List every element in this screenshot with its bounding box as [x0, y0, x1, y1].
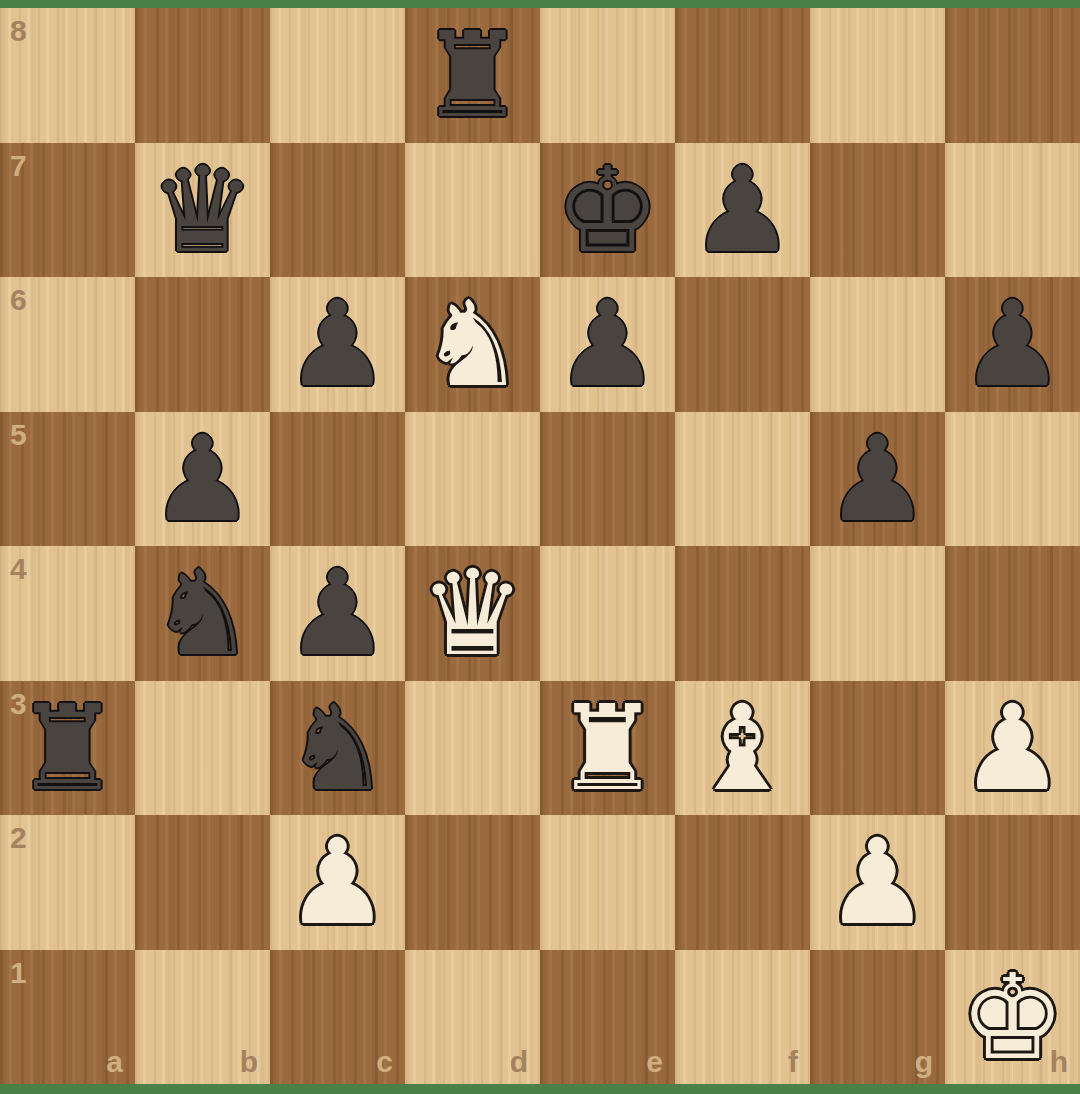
square-g2[interactable]: ♟ — [810, 815, 945, 950]
square-e7[interactable]: ♚ — [540, 143, 675, 278]
black-pawn-f7[interactable]: ♟ — [675, 143, 810, 278]
square-e3[interactable]: ♜ — [540, 681, 675, 816]
square-c6[interactable]: ♟ — [270, 277, 405, 412]
black-pawn-c6[interactable]: ♟ — [270, 277, 405, 412]
board-frame-top — [0, 0, 1080, 8]
square-f7[interactable]: ♟ — [675, 143, 810, 278]
white-pawn-c2[interactable]: ♟ — [270, 815, 405, 950]
rank-label-8: 8 — [10, 16, 27, 46]
square-h6[interactable]: ♟ — [945, 277, 1080, 412]
square-b5[interactable]: ♟ — [135, 412, 270, 547]
file-label-g: g — [915, 1047, 933, 1077]
square-e2[interactable] — [540, 815, 675, 950]
black-king-e7[interactable]: ♚ — [540, 143, 675, 278]
file-label-e: e — [646, 1047, 663, 1077]
rank-label-7: 7 — [10, 151, 27, 181]
square-h1[interactable]: h♚ — [945, 950, 1080, 1085]
square-h7[interactable] — [945, 143, 1080, 278]
square-f3[interactable]: ♝ — [675, 681, 810, 816]
square-a3[interactable]: 3♜ — [0, 681, 135, 816]
square-b2[interactable] — [135, 815, 270, 950]
square-g5[interactable]: ♟ — [810, 412, 945, 547]
square-h3[interactable]: ♟ — [945, 681, 1080, 816]
file-label-d: d — [510, 1047, 528, 1077]
square-e6[interactable]: ♟ — [540, 277, 675, 412]
black-pawn-b5[interactable]: ♟ — [135, 412, 270, 547]
square-e4[interactable] — [540, 546, 675, 681]
square-c1[interactable]: c — [270, 950, 405, 1085]
square-d8[interactable]: ♜ — [405, 8, 540, 143]
square-e1[interactable]: e — [540, 950, 675, 1085]
chess-board: 8♜7♛♚♟6♟♞♟♟5♟♟4♞♟♛3♜♞♜♝♟2♟♟1abcdefgh♚ — [0, 8, 1080, 1084]
square-c2[interactable]: ♟ — [270, 815, 405, 950]
white-rook-e3[interactable]: ♜ — [540, 681, 675, 816]
square-d7[interactable] — [405, 143, 540, 278]
square-a7[interactable]: 7 — [0, 143, 135, 278]
rank-label-2: 2 — [10, 823, 27, 853]
black-rook-d8[interactable]: ♜ — [405, 8, 540, 143]
rank-label-4: 4 — [10, 554, 27, 584]
square-a4[interactable]: 4 — [0, 546, 135, 681]
square-c3[interactable]: ♞ — [270, 681, 405, 816]
square-h5[interactable] — [945, 412, 1080, 547]
square-f6[interactable] — [675, 277, 810, 412]
white-knight-d6[interactable]: ♞ — [405, 277, 540, 412]
black-knight-b4[interactable]: ♞ — [135, 546, 270, 681]
square-b6[interactable] — [135, 277, 270, 412]
square-d4[interactable]: ♛ — [405, 546, 540, 681]
file-label-f: f — [788, 1047, 798, 1077]
square-c5[interactable] — [270, 412, 405, 547]
rank-label-6: 6 — [10, 285, 27, 315]
black-queen-b7[interactable]: ♛ — [135, 143, 270, 278]
white-pawn-h3[interactable]: ♟ — [945, 681, 1080, 816]
black-pawn-c4[interactable]: ♟ — [270, 546, 405, 681]
square-a1[interactable]: 1a — [0, 950, 135, 1085]
square-g3[interactable] — [810, 681, 945, 816]
square-f2[interactable] — [675, 815, 810, 950]
file-label-a: a — [106, 1047, 123, 1077]
square-b3[interactable] — [135, 681, 270, 816]
square-g6[interactable] — [810, 277, 945, 412]
rank-label-5: 5 — [10, 420, 27, 450]
square-d1[interactable]: d — [405, 950, 540, 1085]
rank-label-1: 1 — [10, 958, 27, 988]
white-bishop-f3[interactable]: ♝ — [675, 681, 810, 816]
square-e8[interactable] — [540, 8, 675, 143]
square-f8[interactable] — [675, 8, 810, 143]
board-frame-bottom — [0, 1084, 1080, 1094]
square-c7[interactable] — [270, 143, 405, 278]
square-a6[interactable]: 6 — [0, 277, 135, 412]
square-a8[interactable]: 8 — [0, 8, 135, 143]
file-label-c: c — [376, 1047, 393, 1077]
square-a2[interactable]: 2 — [0, 815, 135, 950]
square-d2[interactable] — [405, 815, 540, 950]
square-b8[interactable] — [135, 8, 270, 143]
square-g1[interactable]: g — [810, 950, 945, 1085]
square-b4[interactable]: ♞ — [135, 546, 270, 681]
square-g7[interactable] — [810, 143, 945, 278]
square-d3[interactable] — [405, 681, 540, 816]
black-pawn-e6[interactable]: ♟ — [540, 277, 675, 412]
black-knight-c3[interactable]: ♞ — [270, 681, 405, 816]
square-c4[interactable]: ♟ — [270, 546, 405, 681]
square-e5[interactable] — [540, 412, 675, 547]
square-g8[interactable] — [810, 8, 945, 143]
square-h4[interactable] — [945, 546, 1080, 681]
black-rook-a3[interactable]: ♜ — [0, 681, 135, 816]
square-f5[interactable] — [675, 412, 810, 547]
square-b1[interactable]: b — [135, 950, 270, 1085]
square-h2[interactable] — [945, 815, 1080, 950]
square-b7[interactable]: ♛ — [135, 143, 270, 278]
square-f4[interactable] — [675, 546, 810, 681]
square-h8[interactable] — [945, 8, 1080, 143]
black-pawn-g5[interactable]: ♟ — [810, 412, 945, 547]
square-g4[interactable] — [810, 546, 945, 681]
white-king-h1[interactable]: ♚ — [945, 950, 1080, 1085]
square-f1[interactable]: f — [675, 950, 810, 1085]
file-label-b: b — [240, 1047, 258, 1077]
square-d6[interactable]: ♞ — [405, 277, 540, 412]
square-d5[interactable] — [405, 412, 540, 547]
white-pawn-g2[interactable]: ♟ — [810, 815, 945, 950]
white-queen-d4[interactable]: ♛ — [405, 546, 540, 681]
square-c8[interactable] — [270, 8, 405, 143]
square-a5[interactable]: 5 — [0, 412, 135, 547]
black-pawn-h6[interactable]: ♟ — [945, 277, 1080, 412]
